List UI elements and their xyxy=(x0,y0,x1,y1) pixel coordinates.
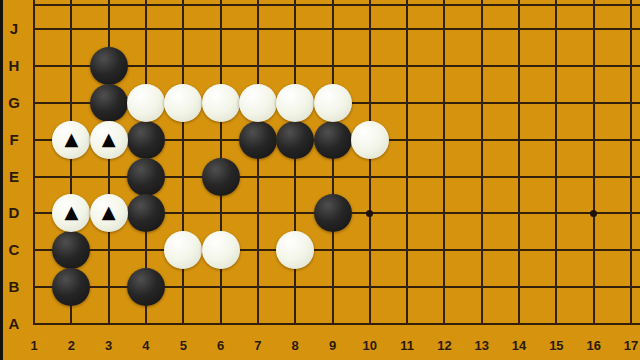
col-label-8: 8 xyxy=(282,338,308,353)
triangle-mark-3D: ▲ xyxy=(102,203,116,221)
grid-line-row-above-J xyxy=(33,4,640,6)
stone-white-6C[interactable] xyxy=(202,231,240,269)
col-label-5: 5 xyxy=(170,338,196,353)
grid-line-col-10 xyxy=(369,0,371,325)
stone-black-4E[interactable] xyxy=(127,158,165,196)
grid-line-col-7 xyxy=(257,0,259,325)
grid-line-col-15 xyxy=(555,0,557,325)
grid-line-row-J xyxy=(33,28,640,30)
stone-black-3G[interactable] xyxy=(90,84,128,122)
stone-black-2C[interactable] xyxy=(52,231,90,269)
row-label-E: E xyxy=(1,168,27,186)
grid-line-row-A xyxy=(33,323,640,325)
stone-black-9D[interactable] xyxy=(314,194,352,232)
col-label-10: 10 xyxy=(357,338,383,353)
col-label-1: 1 xyxy=(21,338,47,353)
row-label-F: F xyxy=(1,131,27,149)
stone-white-5C[interactable] xyxy=(164,231,202,269)
stone-black-7F[interactable] xyxy=(239,121,277,159)
stone-white-2D[interactable]: ▲ xyxy=(52,194,90,232)
stone-black-9F[interactable] xyxy=(314,121,352,159)
grid-line-col-5 xyxy=(182,0,184,325)
stone-white-3D[interactable]: ▲ xyxy=(90,194,128,232)
grid-line-col-12 xyxy=(443,0,445,325)
star-point-16D xyxy=(590,210,597,217)
stone-white-4G[interactable] xyxy=(127,84,165,122)
grid-line-row-C xyxy=(33,249,640,251)
stone-white-8C[interactable] xyxy=(276,231,314,269)
grid-line-col-14 xyxy=(518,0,520,325)
col-label-14: 14 xyxy=(506,338,532,353)
grid-line-col-9 xyxy=(332,0,334,325)
triangle-mark-3F: ▲ xyxy=(102,130,116,148)
grid-line-col-17 xyxy=(630,0,632,325)
grid-line-col-16 xyxy=(593,0,595,325)
row-label-C: C xyxy=(1,241,27,259)
stone-black-4B[interactable] xyxy=(127,268,165,306)
col-label-7: 7 xyxy=(245,338,271,353)
stone-white-10F[interactable] xyxy=(351,121,389,159)
go-board-frame: JHGFEDCBA1234567891011121314151617▲▲▲▲ xyxy=(0,0,640,360)
stone-black-8F[interactable] xyxy=(276,121,314,159)
row-label-J: J xyxy=(1,20,27,38)
col-label-9: 9 xyxy=(320,338,346,353)
col-label-13: 13 xyxy=(469,338,495,353)
col-label-17: 17 xyxy=(618,338,640,353)
row-label-D: D xyxy=(1,204,27,222)
row-label-H: H xyxy=(1,57,27,75)
grid-line-row-B xyxy=(33,286,640,288)
triangle-mark-2F: ▲ xyxy=(64,130,78,148)
row-label-A: A xyxy=(1,315,27,333)
stone-white-2F[interactable]: ▲ xyxy=(52,121,90,159)
grid-line-col-8 xyxy=(294,0,296,325)
col-label-16: 16 xyxy=(581,338,607,353)
col-label-4: 4 xyxy=(133,338,159,353)
grid-line-col-13 xyxy=(481,0,483,325)
triangle-mark-2D: ▲ xyxy=(64,203,78,221)
stone-white-8G[interactable] xyxy=(276,84,314,122)
stone-black-3H[interactable] xyxy=(90,47,128,85)
col-label-11: 11 xyxy=(394,338,420,353)
stone-black-2B[interactable] xyxy=(52,268,90,306)
stone-white-5G[interactable] xyxy=(164,84,202,122)
row-label-B: B xyxy=(1,278,27,296)
col-label-12: 12 xyxy=(431,338,457,353)
stone-black-4D[interactable] xyxy=(127,194,165,232)
stone-black-4F[interactable] xyxy=(127,121,165,159)
stone-white-7G[interactable] xyxy=(239,84,277,122)
col-label-15: 15 xyxy=(543,338,569,353)
stone-white-3F[interactable]: ▲ xyxy=(90,121,128,159)
stone-white-6G[interactable] xyxy=(202,84,240,122)
col-label-3: 3 xyxy=(96,338,122,353)
col-label-2: 2 xyxy=(58,338,84,353)
stone-black-6E[interactable] xyxy=(202,158,240,196)
grid-line-col-11 xyxy=(406,0,408,325)
col-label-6: 6 xyxy=(208,338,234,353)
stone-white-9G[interactable] xyxy=(314,84,352,122)
grid-line-row-E xyxy=(33,176,640,178)
star-point-10D xyxy=(366,210,373,217)
grid-line-col-1 xyxy=(33,0,35,325)
row-label-G: G xyxy=(1,94,27,112)
